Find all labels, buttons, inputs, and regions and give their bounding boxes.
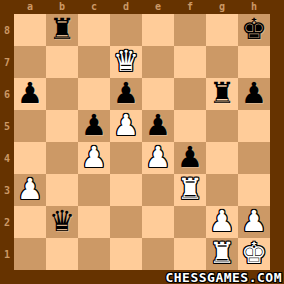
square-a4[interactable] (14, 142, 46, 174)
chessgames-watermark: CHESSGAMES.COM (165, 270, 282, 284)
square-d2[interactable] (110, 206, 142, 238)
white-king-h1[interactable]: ♚ (241, 239, 267, 268)
white-pawn-g2[interactable]: ♟ (209, 207, 235, 236)
white-rook-g1[interactable]: ♜ (209, 239, 235, 268)
square-d5[interactable]: ♟ (110, 110, 142, 142)
square-d4[interactable] (110, 142, 142, 174)
rank-label-8: 8 (0, 14, 14, 46)
square-e6[interactable] (142, 78, 174, 110)
black-pawn-d6[interactable]: ♟ (113, 79, 139, 108)
chess-diagram: abcdefgh 87654321 ♜♚♛♟♟♜♟♟♟♟♟♟♟♟♜♛♟♟♜♚ C… (0, 0, 284, 284)
square-f2[interactable] (174, 206, 206, 238)
file-label-c: c (78, 0, 110, 14)
square-f1[interactable] (174, 238, 206, 270)
square-h6[interactable]: ♟ (238, 78, 270, 110)
rank-labels: 87654321 (0, 14, 14, 270)
black-rook-g6[interactable]: ♜ (209, 79, 235, 108)
file-label-e: e (142, 0, 174, 14)
file-label-f: f (174, 0, 206, 14)
square-f5[interactable] (174, 110, 206, 142)
square-c8[interactable] (78, 14, 110, 46)
square-b1[interactable] (46, 238, 78, 270)
file-label-g: g (206, 0, 238, 14)
square-c4[interactable]: ♟ (78, 142, 110, 174)
square-e3[interactable] (142, 174, 174, 206)
square-h8[interactable]: ♚ (238, 14, 270, 46)
square-a1[interactable] (14, 238, 46, 270)
square-c6[interactable] (78, 78, 110, 110)
square-h7[interactable] (238, 46, 270, 78)
rank-label-6: 6 (0, 78, 14, 110)
square-c5[interactable]: ♟ (78, 110, 110, 142)
rank-label-5: 5 (0, 110, 14, 142)
rank-label-4: 4 (0, 142, 14, 174)
square-h1[interactable]: ♚ (238, 238, 270, 270)
square-a7[interactable] (14, 46, 46, 78)
square-e8[interactable] (142, 14, 174, 46)
square-g6[interactable]: ♜ (206, 78, 238, 110)
white-pawn-e4[interactable]: ♟ (145, 143, 171, 172)
white-pawn-h2[interactable]: ♟ (241, 207, 267, 236)
file-label-a: a (14, 0, 46, 14)
square-b3[interactable] (46, 174, 78, 206)
square-g4[interactable] (206, 142, 238, 174)
square-g8[interactable] (206, 14, 238, 46)
white-pawn-a3[interactable]: ♟ (17, 175, 43, 204)
square-g1[interactable]: ♜ (206, 238, 238, 270)
rank-label-1: 1 (0, 238, 14, 270)
rank-label-2: 2 (0, 206, 14, 238)
square-g5[interactable] (206, 110, 238, 142)
square-c3[interactable] (78, 174, 110, 206)
black-king-h8[interactable]: ♚ (241, 15, 267, 44)
rank-label-7: 7 (0, 46, 14, 78)
black-pawn-a6[interactable]: ♟ (17, 79, 43, 108)
square-b7[interactable] (46, 46, 78, 78)
black-pawn-c5[interactable]: ♟ (81, 111, 107, 140)
square-c2[interactable] (78, 206, 110, 238)
white-pawn-c4[interactable]: ♟ (81, 143, 107, 172)
white-pawn-d5[interactable]: ♟ (113, 111, 139, 140)
square-h5[interactable] (238, 110, 270, 142)
square-a5[interactable] (14, 110, 46, 142)
file-label-d: d (110, 0, 142, 14)
square-b8[interactable]: ♜ (46, 14, 78, 46)
square-c7[interactable] (78, 46, 110, 78)
square-g3[interactable] (206, 174, 238, 206)
square-e1[interactable] (142, 238, 174, 270)
square-h2[interactable]: ♟ (238, 206, 270, 238)
square-f6[interactable] (174, 78, 206, 110)
square-d8[interactable] (110, 14, 142, 46)
square-b2[interactable]: ♛ (46, 206, 78, 238)
square-a2[interactable] (14, 206, 46, 238)
square-f8[interactable] (174, 14, 206, 46)
black-rook-b8[interactable]: ♜ (49, 15, 75, 44)
square-c1[interactable] (78, 238, 110, 270)
board: ♜♚♛♟♟♜♟♟♟♟♟♟♟♟♜♛♟♟♜♚ (14, 14, 270, 270)
square-d1[interactable] (110, 238, 142, 270)
square-b4[interactable] (46, 142, 78, 174)
square-a6[interactable]: ♟ (14, 78, 46, 110)
square-d6[interactable]: ♟ (110, 78, 142, 110)
black-queen-b2[interactable]: ♛ (49, 207, 75, 236)
square-e2[interactable] (142, 206, 174, 238)
square-h4[interactable] (238, 142, 270, 174)
white-queen-d7[interactable]: ♛ (113, 47, 139, 76)
rank-label-3: 3 (0, 174, 14, 206)
square-g7[interactable] (206, 46, 238, 78)
square-b6[interactable] (46, 78, 78, 110)
square-h3[interactable] (238, 174, 270, 206)
square-f3[interactable]: ♜ (174, 174, 206, 206)
square-e4[interactable]: ♟ (142, 142, 174, 174)
square-d7[interactable]: ♛ (110, 46, 142, 78)
square-e5[interactable]: ♟ (142, 110, 174, 142)
black-pawn-e5[interactable]: ♟ (145, 111, 171, 140)
square-f4[interactable]: ♟ (174, 142, 206, 174)
square-b5[interactable] (46, 110, 78, 142)
square-d3[interactable] (110, 174, 142, 206)
square-g2[interactable]: ♟ (206, 206, 238, 238)
square-f7[interactable] (174, 46, 206, 78)
square-e7[interactable] (142, 46, 174, 78)
white-rook-f3[interactable]: ♜ (177, 175, 203, 204)
black-pawn-h6[interactable]: ♟ (241, 79, 267, 108)
square-a8[interactable] (14, 14, 46, 46)
black-pawn-f4[interactable]: ♟ (177, 143, 203, 172)
square-a3[interactable]: ♟ (14, 174, 46, 206)
